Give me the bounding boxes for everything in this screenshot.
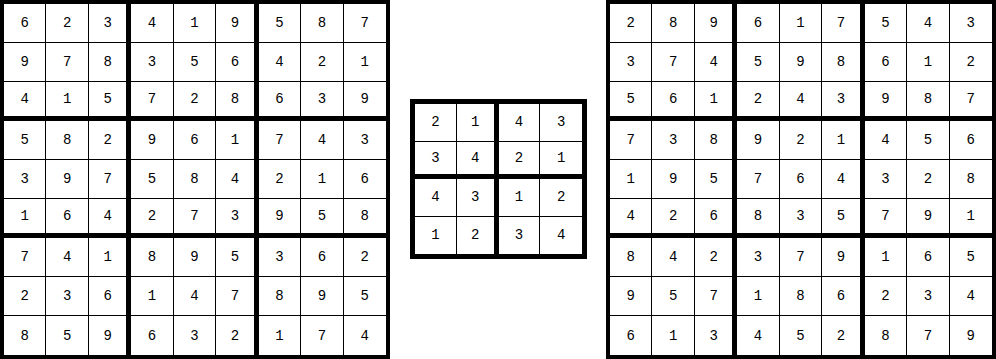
cell-r8c6: 6	[822, 277, 864, 316]
cell-r2c9: 1	[344, 43, 386, 82]
cell-r4c6: 1	[822, 121, 864, 160]
cell-r3c5: 4	[780, 82, 822, 121]
cell-r1c1: 2	[610, 4, 652, 43]
cell-r5c5: 8	[174, 160, 216, 199]
cell-r1c8: 4	[907, 4, 949, 43]
cell-r8c7: 2	[865, 277, 907, 316]
cell-r2c6: 6	[216, 43, 258, 82]
cell-r7c9: 2	[344, 238, 386, 277]
cell-r5c6: 4	[216, 160, 258, 199]
cell-r5c9: 6	[344, 160, 386, 199]
cell-r9c9: 4	[344, 316, 386, 355]
cell-r8c8: 3	[907, 277, 949, 316]
cell-r1c3: 4	[499, 104, 541, 142]
cell-r2c8: 1	[907, 43, 949, 82]
cell-r7c7: 3	[259, 238, 301, 277]
cell-r3c8: 8	[907, 82, 949, 121]
cell-r7c3: 2	[695, 238, 737, 277]
cell-r4c3: 2	[89, 121, 131, 160]
cell-r9c6: 2	[216, 316, 258, 355]
cell-r6c1: 4	[610, 199, 652, 238]
sudoku-sheet: 6234195879783564214157286395829617433975…	[0, 0, 996, 359]
cell-r2c7: 4	[259, 43, 301, 82]
cell-r6c8: 9	[907, 199, 949, 238]
cell-r3c3: 1	[499, 179, 541, 217]
cell-r6c9: 1	[950, 199, 992, 238]
cell-r7c5: 7	[780, 238, 822, 277]
cell-r9c8: 7	[301, 316, 343, 355]
cell-r6c2: 2	[652, 199, 694, 238]
cell-r9c2: 5	[46, 316, 88, 355]
cell-r3c2: 1	[46, 82, 88, 121]
cell-r9c3: 9	[89, 316, 131, 355]
cell-r8c2: 3	[46, 277, 88, 316]
cell-r6c6: 3	[216, 199, 258, 238]
cell-r7c6: 5	[216, 238, 258, 277]
cell-r4c1: 7	[610, 121, 652, 160]
cell-r8c5: 8	[780, 277, 822, 316]
cell-r4c3: 3	[499, 217, 541, 255]
sudoku-board-center: 2143342143121234	[410, 99, 587, 259]
cell-r3c4: 2	[540, 179, 582, 217]
sudoku-board-right: 2896175433745986125612439877389214561957…	[606, 0, 996, 359]
cell-r9c4: 6	[131, 316, 173, 355]
cell-r1c8: 8	[301, 4, 343, 43]
cell-r6c7: 7	[865, 199, 907, 238]
cell-r9c5: 5	[780, 316, 822, 355]
cell-r4c6: 1	[216, 121, 258, 160]
cell-r4c5: 2	[780, 121, 822, 160]
cell-r5c5: 6	[780, 160, 822, 199]
cell-r4c8: 4	[301, 121, 343, 160]
cell-r1c6: 9	[216, 4, 258, 43]
cell-r3c9: 7	[950, 82, 992, 121]
cell-r2c1: 3	[415, 142, 457, 180]
cell-r5c8: 1	[301, 160, 343, 199]
cell-r4c1: 5	[4, 121, 46, 160]
cell-r6c6: 5	[822, 199, 864, 238]
cell-r2c2: 7	[46, 43, 88, 82]
cell-r6c8: 5	[301, 199, 343, 238]
cell-r8c1: 9	[610, 277, 652, 316]
cell-r1c9: 7	[344, 4, 386, 43]
cell-r4c7: 4	[865, 121, 907, 160]
cell-r9c7: 1	[259, 316, 301, 355]
cell-r8c4: 1	[131, 277, 173, 316]
cell-r3c6: 8	[216, 82, 258, 121]
cell-r4c4: 9	[131, 121, 173, 160]
cell-r4c1: 1	[415, 217, 457, 255]
cell-r2c1: 3	[610, 43, 652, 82]
cell-r2c1: 9	[4, 43, 46, 82]
cell-r6c7: 9	[259, 199, 301, 238]
cell-r8c3: 6	[89, 277, 131, 316]
cell-r7c8: 6	[907, 238, 949, 277]
cell-r1c4: 3	[540, 104, 582, 142]
cell-r7c4: 8	[131, 238, 173, 277]
cell-r8c7: 8	[259, 277, 301, 316]
cell-r5c9: 8	[950, 160, 992, 199]
cell-r5c2: 9	[652, 160, 694, 199]
cell-r4c4: 4	[540, 217, 582, 255]
cell-r4c3: 8	[695, 121, 737, 160]
cell-r2c4: 5	[737, 43, 779, 82]
cell-r5c3: 7	[89, 160, 131, 199]
cell-r7c5: 9	[174, 238, 216, 277]
cell-r9c4: 4	[737, 316, 779, 355]
cell-r7c4: 3	[737, 238, 779, 277]
cell-r8c5: 4	[174, 277, 216, 316]
cell-r7c3: 1	[89, 238, 131, 277]
cell-r7c8: 6	[301, 238, 343, 277]
cell-r2c5: 9	[780, 43, 822, 82]
cell-r4c7: 7	[259, 121, 301, 160]
cell-r3c3: 1	[695, 82, 737, 121]
cell-r9c5: 3	[174, 316, 216, 355]
cell-r3c1: 4	[4, 82, 46, 121]
cell-r4c8: 5	[907, 121, 949, 160]
cell-r7c7: 1	[865, 238, 907, 277]
cell-r1c7: 5	[259, 4, 301, 43]
cell-r2c2: 7	[652, 43, 694, 82]
cell-r4c2: 8	[46, 121, 88, 160]
cell-r6c3: 6	[695, 199, 737, 238]
cell-r2c8: 2	[301, 43, 343, 82]
cell-r8c2: 5	[652, 277, 694, 316]
cell-r5c7: 3	[865, 160, 907, 199]
cell-r3c5: 2	[174, 82, 216, 121]
cell-r1c9: 3	[950, 4, 992, 43]
cell-r1c6: 7	[822, 4, 864, 43]
cell-r6c2: 6	[46, 199, 88, 238]
cell-r2c7: 6	[865, 43, 907, 82]
cell-r7c6: 9	[822, 238, 864, 277]
cell-r9c1: 8	[4, 316, 46, 355]
cell-r9c2: 1	[652, 316, 694, 355]
cell-r4c4: 9	[737, 121, 779, 160]
cell-r3c3: 5	[89, 82, 131, 121]
cell-r3c2: 3	[457, 179, 499, 217]
cell-r2c9: 2	[950, 43, 992, 82]
cell-r6c5: 7	[174, 199, 216, 238]
cell-r4c2: 3	[652, 121, 694, 160]
cell-r2c5: 5	[174, 43, 216, 82]
cell-r1c1: 6	[4, 4, 46, 43]
cell-r1c1: 2	[415, 104, 457, 142]
cell-r9c9: 9	[950, 316, 992, 355]
cell-r8c9: 5	[344, 277, 386, 316]
cell-r9c8: 7	[907, 316, 949, 355]
sudoku-board-left: 6234195879783564214157286395829617433975…	[0, 0, 390, 359]
cell-r1c7: 5	[865, 4, 907, 43]
cell-r4c9: 3	[344, 121, 386, 160]
cell-r4c5: 6	[174, 121, 216, 160]
cell-r3c6: 3	[822, 82, 864, 121]
cell-r1c3: 3	[89, 4, 131, 43]
cell-r2c4: 1	[540, 142, 582, 180]
cell-r3c8: 3	[301, 82, 343, 121]
cell-r1c5: 1	[174, 4, 216, 43]
cell-r3c2: 6	[652, 82, 694, 121]
cell-r8c3: 7	[695, 277, 737, 316]
cell-r2c3: 4	[695, 43, 737, 82]
cell-r2c4: 3	[131, 43, 173, 82]
cell-r1c3: 9	[695, 4, 737, 43]
cell-r5c8: 2	[907, 160, 949, 199]
cell-r9c3: 3	[695, 316, 737, 355]
cell-r3c1: 4	[415, 179, 457, 217]
cell-r2c3: 2	[499, 142, 541, 180]
cell-r9c1: 6	[610, 316, 652, 355]
cell-r7c9: 5	[950, 238, 992, 277]
cell-r6c9: 8	[344, 199, 386, 238]
cell-r1c2: 2	[46, 4, 88, 43]
cell-r2c2: 4	[457, 142, 499, 180]
cell-r1c5: 1	[780, 4, 822, 43]
cell-r6c3: 4	[89, 199, 131, 238]
cell-r8c4: 1	[737, 277, 779, 316]
cell-r5c4: 7	[737, 160, 779, 199]
cell-r6c4: 2	[131, 199, 173, 238]
cell-r5c6: 4	[822, 160, 864, 199]
cell-r5c7: 2	[259, 160, 301, 199]
cell-r3c9: 9	[344, 82, 386, 121]
cell-r6c5: 3	[780, 199, 822, 238]
cell-r3c7: 6	[259, 82, 301, 121]
cell-r3c7: 9	[865, 82, 907, 121]
cell-r3c4: 7	[131, 82, 173, 121]
cell-r6c4: 8	[737, 199, 779, 238]
cell-r7c1: 7	[4, 238, 46, 277]
cell-r1c2: 8	[652, 4, 694, 43]
cell-r1c4: 4	[131, 4, 173, 43]
cell-r7c2: 4	[652, 238, 694, 277]
cell-r9c7: 8	[865, 316, 907, 355]
cell-r8c1: 2	[4, 277, 46, 316]
cell-r7c1: 8	[610, 238, 652, 277]
cell-r7c2: 4	[46, 238, 88, 277]
cell-r1c4: 6	[737, 4, 779, 43]
cell-r8c8: 9	[301, 277, 343, 316]
cell-r8c9: 4	[950, 277, 992, 316]
cell-r8c6: 7	[216, 277, 258, 316]
cell-r5c1: 3	[4, 160, 46, 199]
cell-r5c4: 5	[131, 160, 173, 199]
cell-r6c1: 1	[4, 199, 46, 238]
cell-r4c2: 2	[457, 217, 499, 255]
cell-r1c2: 1	[457, 104, 499, 142]
cell-r5c1: 1	[610, 160, 652, 199]
cell-r4c9: 6	[950, 121, 992, 160]
cell-r2c6: 8	[822, 43, 864, 82]
cell-r3c4: 2	[737, 82, 779, 121]
cell-r5c3: 5	[695, 160, 737, 199]
cell-r5c2: 9	[46, 160, 88, 199]
cell-r2c3: 8	[89, 43, 131, 82]
cell-r3c1: 5	[610, 82, 652, 121]
cell-r9c6: 2	[822, 316, 864, 355]
